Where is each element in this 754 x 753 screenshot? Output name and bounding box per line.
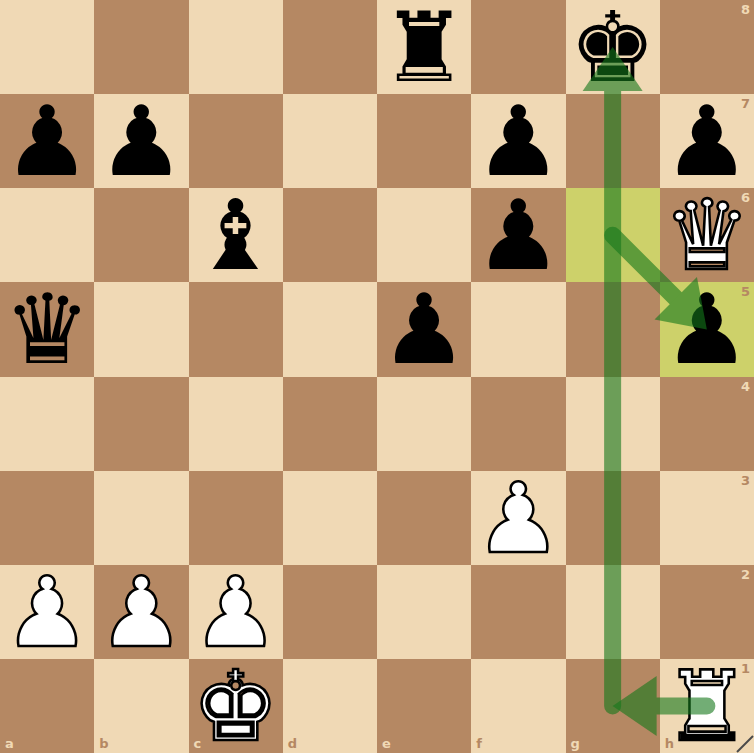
file-label-f: f bbox=[476, 737, 482, 750]
square-f8[interactable] bbox=[471, 0, 565, 94]
square-f7[interactable]: ♟ bbox=[471, 94, 565, 188]
rank-label-1: 1 bbox=[741, 662, 750, 675]
rank-label-4: 4 bbox=[741, 380, 750, 393]
square-g1[interactable]: g bbox=[566, 659, 660, 753]
square-h3[interactable]: 3 bbox=[660, 471, 754, 565]
black-pawn[interactable]: ♟ bbox=[475, 189, 562, 283]
square-f4[interactable] bbox=[471, 377, 565, 471]
square-d5[interactable] bbox=[283, 282, 377, 376]
square-a1[interactable]: a bbox=[0, 659, 94, 753]
black-pawn[interactable]: ♟ bbox=[381, 283, 468, 377]
square-b5[interactable] bbox=[94, 282, 188, 376]
square-b6[interactable] bbox=[94, 188, 188, 282]
rank-label-6: 6 bbox=[741, 191, 750, 204]
square-b7[interactable]: ♟ bbox=[94, 94, 188, 188]
square-c8[interactable] bbox=[189, 0, 283, 94]
square-e2[interactable] bbox=[377, 565, 471, 659]
square-c5[interactable] bbox=[189, 282, 283, 376]
square-h7[interactable]: ♟7 bbox=[660, 94, 754, 188]
square-c1[interactable]: ♚c bbox=[189, 659, 283, 753]
file-label-h: h bbox=[665, 737, 674, 750]
square-d4[interactable] bbox=[283, 377, 377, 471]
white-pawn[interactable]: ♟ bbox=[4, 566, 91, 660]
black-pawn[interactable]: ♟ bbox=[663, 95, 750, 189]
black-rook[interactable]: ♜ bbox=[381, 1, 468, 95]
square-g5[interactable] bbox=[566, 282, 660, 376]
rank-label-2: 2 bbox=[741, 568, 750, 581]
square-b1[interactable]: b bbox=[94, 659, 188, 753]
file-label-c: c bbox=[194, 737, 202, 750]
chess-board: ♜♚8♟♟♟♟7♝♟♛6♛♟♟54♟3♟♟♟2ab♚cdefg♜h1 bbox=[0, 0, 754, 753]
square-g3[interactable] bbox=[566, 471, 660, 565]
black-queen[interactable]: ♛ bbox=[4, 283, 91, 377]
square-a7[interactable]: ♟ bbox=[0, 94, 94, 188]
square-d8[interactable] bbox=[283, 0, 377, 94]
black-pawn[interactable]: ♟ bbox=[475, 95, 562, 189]
white-pawn[interactable]: ♟ bbox=[98, 566, 185, 660]
square-f3[interactable]: ♟ bbox=[471, 471, 565, 565]
square-h4[interactable]: 4 bbox=[660, 377, 754, 471]
square-d6[interactable] bbox=[283, 188, 377, 282]
square-f2[interactable] bbox=[471, 565, 565, 659]
rank-label-5: 5 bbox=[741, 285, 750, 298]
square-d2[interactable] bbox=[283, 565, 377, 659]
square-e5[interactable]: ♟ bbox=[377, 282, 471, 376]
square-e7[interactable] bbox=[377, 94, 471, 188]
square-h8[interactable]: 8 bbox=[660, 0, 754, 94]
white-rook[interactable]: ♜ bbox=[663, 660, 750, 753]
rank-label-8: 8 bbox=[741, 3, 750, 16]
file-label-g: g bbox=[571, 737, 580, 750]
square-h2[interactable]: 2 bbox=[660, 565, 754, 659]
square-c7[interactable] bbox=[189, 94, 283, 188]
square-a4[interactable] bbox=[0, 377, 94, 471]
square-f6[interactable]: ♟ bbox=[471, 188, 565, 282]
square-g6[interactable] bbox=[566, 188, 660, 282]
black-king[interactable]: ♚ bbox=[569, 1, 656, 95]
white-king[interactable]: ♚ bbox=[192, 660, 279, 753]
square-b3[interactable] bbox=[94, 471, 188, 565]
white-queen[interactable]: ♛ bbox=[663, 189, 750, 283]
black-pawn[interactable]: ♟ bbox=[98, 95, 185, 189]
square-e4[interactable] bbox=[377, 377, 471, 471]
square-h1[interactable]: ♜h1 bbox=[660, 659, 754, 753]
black-pawn[interactable]: ♟ bbox=[4, 95, 91, 189]
white-pawn[interactable]: ♟ bbox=[192, 566, 279, 660]
square-h6[interactable]: ♛6 bbox=[660, 188, 754, 282]
square-g2[interactable] bbox=[566, 565, 660, 659]
file-label-d: d bbox=[288, 737, 297, 750]
square-b8[interactable] bbox=[94, 0, 188, 94]
square-c3[interactable] bbox=[189, 471, 283, 565]
square-a8[interactable] bbox=[0, 0, 94, 94]
file-label-a: a bbox=[5, 737, 14, 750]
square-h5[interactable]: ♟5 bbox=[660, 282, 754, 376]
black-bishop[interactable]: ♝ bbox=[192, 189, 279, 283]
square-d3[interactable] bbox=[283, 471, 377, 565]
square-c2[interactable]: ♟ bbox=[189, 565, 283, 659]
square-c4[interactable] bbox=[189, 377, 283, 471]
file-label-e: e bbox=[382, 737, 391, 750]
square-e8[interactable]: ♜ bbox=[377, 0, 471, 94]
square-e3[interactable] bbox=[377, 471, 471, 565]
square-e1[interactable]: e bbox=[377, 659, 471, 753]
square-e6[interactable] bbox=[377, 188, 471, 282]
square-a5[interactable]: ♛ bbox=[0, 282, 94, 376]
square-b4[interactable] bbox=[94, 377, 188, 471]
square-a2[interactable]: ♟ bbox=[0, 565, 94, 659]
file-label-b: b bbox=[99, 737, 108, 750]
rank-label-7: 7 bbox=[741, 97, 750, 110]
square-f5[interactable] bbox=[471, 282, 565, 376]
square-a6[interactable] bbox=[0, 188, 94, 282]
square-g4[interactable] bbox=[566, 377, 660, 471]
square-b2[interactable]: ♟ bbox=[94, 565, 188, 659]
square-g8[interactable]: ♚ bbox=[566, 0, 660, 94]
square-d7[interactable] bbox=[283, 94, 377, 188]
square-a3[interactable] bbox=[0, 471, 94, 565]
square-c6[interactable]: ♝ bbox=[189, 188, 283, 282]
white-pawn[interactable]: ♟ bbox=[475, 472, 562, 566]
rank-label-3: 3 bbox=[741, 474, 750, 487]
square-g7[interactable] bbox=[566, 94, 660, 188]
black-pawn[interactable]: ♟ bbox=[663, 283, 750, 377]
square-d1[interactable]: d bbox=[283, 659, 377, 753]
square-f1[interactable]: f bbox=[471, 659, 565, 753]
